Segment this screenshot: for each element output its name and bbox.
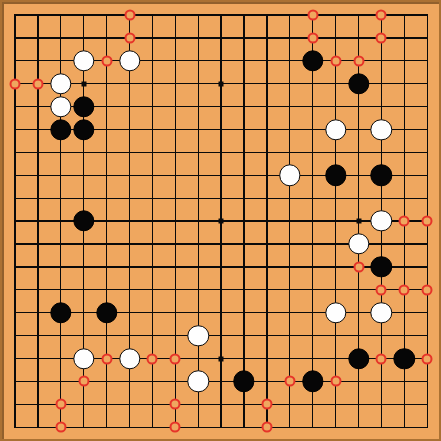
red-circle-marker[interactable] (55, 422, 66, 433)
grid-line-horizontal (14, 335, 428, 336)
white-stone (73, 348, 94, 369)
white-stone (325, 302, 346, 323)
white-stone (119, 50, 140, 71)
black-stone (394, 348, 415, 369)
red-circle-marker[interactable] (124, 32, 135, 43)
red-circle-marker[interactable] (170, 399, 181, 410)
black-stone (50, 302, 71, 323)
black-stone (233, 371, 254, 392)
red-circle-marker[interactable] (399, 216, 410, 227)
white-stone (187, 371, 208, 392)
red-circle-marker[interactable] (170, 422, 181, 433)
grid-line-vertical (243, 14, 244, 428)
star-point (219, 81, 224, 86)
grid-line-horizontal (14, 312, 428, 313)
black-stone (302, 50, 323, 71)
red-circle-marker[interactable] (422, 216, 433, 227)
grid-line-vertical (312, 14, 313, 428)
black-stone (302, 371, 323, 392)
red-circle-marker[interactable] (101, 353, 112, 364)
grid-line-horizontal (14, 266, 428, 267)
white-stone (325, 119, 346, 140)
red-circle-marker[interactable] (261, 399, 272, 410)
red-circle-marker[interactable] (147, 353, 158, 364)
red-circle-marker[interactable] (261, 422, 272, 433)
red-circle-marker[interactable] (32, 78, 43, 89)
black-stone (371, 256, 392, 277)
white-stone (187, 325, 208, 346)
grid-line-horizontal (14, 404, 428, 405)
grid-line-horizontal (14, 289, 428, 290)
grid-line-vertical (266, 14, 267, 428)
screenshot-stage (0, 0, 441, 441)
white-stone (371, 119, 392, 140)
grid-line-horizontal (14, 381, 428, 382)
red-circle-marker[interactable] (307, 32, 318, 43)
red-circle-marker[interactable] (284, 376, 295, 387)
red-circle-marker[interactable] (55, 399, 66, 410)
red-circle-marker[interactable] (422, 353, 433, 364)
red-circle-marker[interactable] (307, 10, 318, 21)
red-circle-marker[interactable] (422, 284, 433, 295)
red-circle-marker[interactable] (376, 10, 387, 21)
red-circle-marker[interactable] (330, 376, 341, 387)
black-stone (73, 96, 94, 117)
go-board[interactable] (0, 0, 441, 441)
grid-line-vertical (335, 14, 336, 428)
black-stone (50, 119, 71, 140)
grid-line-horizontal (14, 427, 428, 428)
black-stone (73, 119, 94, 140)
star-point (81, 81, 86, 86)
grid-line-vertical (289, 14, 290, 428)
black-stone (348, 348, 369, 369)
red-circle-marker[interactable] (376, 284, 387, 295)
star-point (219, 356, 224, 361)
red-circle-marker[interactable] (353, 55, 364, 66)
black-stone (73, 210, 94, 231)
star-point (356, 219, 361, 224)
red-circle-marker[interactable] (353, 261, 364, 272)
star-point (219, 219, 224, 224)
red-circle-marker[interactable] (78, 376, 89, 387)
white-stone (371, 302, 392, 323)
black-stone (325, 165, 346, 186)
red-circle-marker[interactable] (101, 55, 112, 66)
white-stone (73, 50, 94, 71)
white-stone (50, 73, 71, 94)
black-stone (371, 165, 392, 186)
red-circle-marker[interactable] (376, 32, 387, 43)
red-circle-marker[interactable] (376, 353, 387, 364)
red-circle-marker[interactable] (124, 10, 135, 21)
white-stone (348, 233, 369, 254)
red-circle-marker[interactable] (330, 55, 341, 66)
white-stone (50, 96, 71, 117)
white-stone (119, 348, 140, 369)
black-stone (348, 73, 369, 94)
white-stone (279, 165, 300, 186)
red-circle-marker[interactable] (399, 284, 410, 295)
black-stone (96, 302, 117, 323)
white-stone (371, 210, 392, 231)
red-circle-marker[interactable] (10, 78, 21, 89)
red-circle-marker[interactable] (170, 353, 181, 364)
